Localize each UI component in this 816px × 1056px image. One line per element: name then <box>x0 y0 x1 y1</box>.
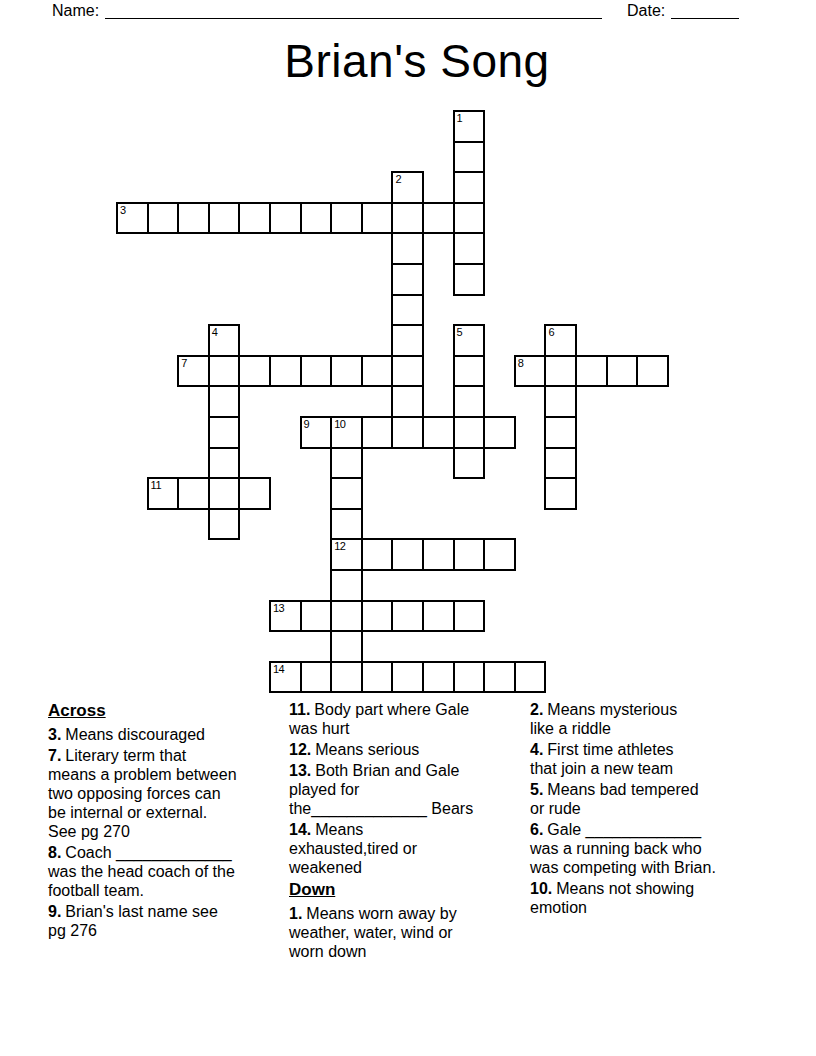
grid-cell-r10c8[interactable] <box>361 416 394 449</box>
down-heading: Down <box>289 879 523 900</box>
grid-cell-r5c9[interactable] <box>391 263 424 296</box>
clue-text-down-1: Means worn away by weather, water, wind … <box>289 905 457 960</box>
grid-cell-r18c10[interactable] <box>422 661 455 694</box>
grid-cell-r8c8[interactable] <box>361 355 394 388</box>
clue-across-14: 14.Means exhausted,tired or weakened <box>289 820 523 877</box>
clue-column-1: Across 3.Means discouraged 7.Literary te… <box>48 700 290 942</box>
clue-number-across-12: 12. <box>289 741 311 758</box>
grid-cell-r10c6[interactable]: 9 <box>300 416 333 449</box>
date-blank-line[interactable] <box>671 18 739 19</box>
grid-cell-r16c6[interactable] <box>300 600 333 633</box>
grid-cell-r7c3[interactable]: 4 <box>208 324 241 357</box>
grid-cell-r18c13[interactable] <box>514 661 547 694</box>
grid-cell-r3c5[interactable] <box>269 202 302 235</box>
grid-cell-r18c11[interactable] <box>453 661 486 694</box>
clue-text-across-8: Coach _____________ was the head coach o… <box>48 844 235 899</box>
grid-cell-r9c9[interactable] <box>391 385 424 418</box>
grid-cell-r14c11[interactable] <box>453 538 486 571</box>
grid-cell-r12c7[interactable] <box>330 477 363 510</box>
grid-cell-r13c7[interactable] <box>330 508 363 541</box>
grid-cell-r2c9[interactable]: 2 <box>391 171 424 204</box>
grid-cell-r3c4[interactable] <box>238 202 271 235</box>
grid-cell-r16c7[interactable] <box>330 600 363 633</box>
grid-cell-r14c10[interactable] <box>422 538 455 571</box>
grid-cell-r9c14[interactable] <box>544 385 577 418</box>
grid-cell-r8c6[interactable] <box>300 355 333 388</box>
grid-cell-r16c10[interactable] <box>422 600 455 633</box>
grid-cell-r4c9[interactable] <box>391 232 424 265</box>
cell-number-11: 11 <box>151 479 161 491</box>
clue-number-down-4: 4. <box>530 741 543 758</box>
grid-cell-r14c8[interactable] <box>361 538 394 571</box>
grid-cell-r15c7[interactable] <box>330 569 363 602</box>
grid-cell-r12c3[interactable] <box>208 477 241 510</box>
grid-cell-r3c7[interactable] <box>330 202 363 235</box>
cell-number-8: 8 <box>518 357 524 369</box>
cell-number-5: 5 <box>457 326 463 338</box>
grid-cell-r3c6[interactable] <box>300 202 333 235</box>
puzzle-title: Brian's Song <box>0 33 816 89</box>
name-label: Name: <box>52 1 99 20</box>
clue-across-3: 3.Means discouraged <box>48 725 290 744</box>
cell-number-9: 9 <box>304 418 310 430</box>
grid-cell-r10c10[interactable] <box>422 416 455 449</box>
clue-number-across-8: 8. <box>48 844 61 861</box>
clue-number-across-13: 13. <box>289 762 311 779</box>
across-heading: Across <box>48 700 290 721</box>
clue-text-across-3: Means discouraged <box>65 726 205 743</box>
grid-cell-r8c5[interactable] <box>269 355 302 388</box>
grid-cell-r10c7[interactable]: 10 <box>330 416 363 449</box>
clue-text-down-6: Gale _____________ was a running back wh… <box>530 821 716 876</box>
grid-cell-r14c9[interactable] <box>391 538 424 571</box>
crossword-grid: 1234567891011121314 <box>117 111 668 693</box>
clue-number-across-9: 9. <box>48 903 61 920</box>
cell-number-3: 3 <box>120 204 126 216</box>
grid-cell-r8c7[interactable] <box>330 355 363 388</box>
clue-down-2: 2.Means mysterious like a riddle <box>530 700 782 738</box>
clue-text-across-7: Literary term that means a problem betwe… <box>48 747 237 840</box>
grid-cell-r8c3[interactable] <box>208 355 241 388</box>
clue-text-down-4: First time athletes that join a new team <box>530 741 674 777</box>
clue-text-across-12: Means serious <box>315 741 419 758</box>
grid-cell-r3c10[interactable] <box>422 202 455 235</box>
grid-cell-r10c9[interactable] <box>391 416 424 449</box>
grid-cell-r3c8[interactable] <box>361 202 394 235</box>
clue-number-across-14: 14. <box>289 821 311 838</box>
grid-cell-r8c11[interactable] <box>453 355 486 388</box>
worksheet-page: Name: Date: Brian's Song 123456789101112… <box>0 0 816 1056</box>
clue-text-down-2: Means mysterious like a riddle <box>530 701 677 737</box>
grid-cell-r8c16[interactable] <box>606 355 639 388</box>
clue-across-12: 12.Means serious <box>289 740 523 759</box>
clue-down-5: 5.Means bad tempered or rude <box>530 780 782 818</box>
clue-text-down-5: Means bad tempered or rude <box>530 781 699 817</box>
clue-number-across-11: 11. <box>289 701 310 718</box>
grid-cell-r8c4[interactable] <box>238 355 271 388</box>
clue-number-down-1: 1. <box>289 905 302 922</box>
clue-number-down-2: 2. <box>530 701 543 718</box>
grid-cell-r18c8[interactable] <box>361 661 394 694</box>
grid-cell-r14c7[interactable]: 12 <box>330 538 363 571</box>
clue-text-down-10: Means not showing emotion <box>530 880 694 916</box>
grid-cell-r10c3[interactable] <box>208 416 241 449</box>
grid-cell-r12c14[interactable] <box>544 477 577 510</box>
grid-cell-r11c11[interactable] <box>453 447 486 480</box>
clue-number-down-5: 5. <box>530 781 543 798</box>
grid-cell-r9c3[interactable] <box>208 385 241 418</box>
clue-down-1: 1.Means worn away by weather, water, win… <box>289 904 523 961</box>
clue-text-across-13: Both Brian and Gale played for the______… <box>289 762 473 817</box>
grid-cell-r8c15[interactable] <box>575 355 608 388</box>
clue-number-across-7: 7. <box>48 747 61 764</box>
grid-cell-r8c17[interactable] <box>636 355 669 388</box>
cell-number-1: 1 <box>457 112 463 124</box>
name-blank-line[interactable] <box>105 18 602 19</box>
clue-number-down-10: 10. <box>530 880 552 897</box>
grid-cell-r8c2[interactable]: 7 <box>177 355 210 388</box>
clue-column-2: 11.Body part where Gale was hurt 12.Mean… <box>289 700 523 963</box>
clue-down-4: 4.First time athletes that join a new te… <box>530 740 782 778</box>
clue-text-across-11: Body part where Gale was hurt <box>289 701 469 737</box>
grid-cell-r8c9[interactable] <box>391 355 424 388</box>
grid-cell-r18c5[interactable]: 14 <box>269 661 302 694</box>
grid-cell-r18c12[interactable] <box>483 661 516 694</box>
grid-cell-r7c9[interactable] <box>391 324 424 357</box>
grid-cell-r4c11[interactable] <box>453 232 486 265</box>
grid-cell-r7c14[interactable]: 6 <box>544 324 577 357</box>
grid-cell-r8c14[interactable] <box>544 355 577 388</box>
grid-cell-r1c11[interactable] <box>453 141 486 174</box>
clue-number-down-6: 6. <box>530 821 543 838</box>
grid-cell-r11c7[interactable] <box>330 447 363 480</box>
clue-number-across-3: 3. <box>48 726 61 743</box>
grid-cell-r18c7[interactable] <box>330 661 363 694</box>
grid-cell-r3c9[interactable] <box>391 202 424 235</box>
grid-cell-r10c12[interactable] <box>483 416 516 449</box>
grid-cell-r17c7[interactable] <box>330 630 363 663</box>
clue-down-6: 6.Gale _____________ was a running back … <box>530 820 782 877</box>
cell-number-4: 4 <box>212 326 218 338</box>
clue-down-10: 10.Means not showing emotion <box>530 879 782 917</box>
cell-number-13: 13 <box>273 602 284 614</box>
clue-across-11: 11.Body part where Gale was hurt <box>289 700 523 738</box>
grid-cell-r6c9[interactable] <box>391 294 424 327</box>
clue-across-7: 7.Literary term that means a problem bet… <box>48 746 290 841</box>
date-label: Date: <box>627 1 665 20</box>
cell-number-12: 12 <box>334 540 345 552</box>
grid-cell-r13c3[interactable] <box>208 508 241 541</box>
grid-cell-r0c11[interactable]: 1 <box>453 110 486 143</box>
clue-across-13: 13.Both Brian and Gale played for the___… <box>289 761 523 818</box>
grid-cell-r12c4[interactable] <box>238 477 271 510</box>
cell-number-2: 2 <box>395 173 401 185</box>
clue-column-3: 2.Means mysterious like a riddle 4.First… <box>530 700 782 919</box>
grid-cell-r12c2[interactable] <box>177 477 210 510</box>
grid-cell-r16c11[interactable] <box>453 600 486 633</box>
cell-number-10: 10 <box>334 418 345 430</box>
grid-cell-r3c1[interactable] <box>147 202 180 235</box>
clue-across-8: 8.Coach _____________ was the head coach… <box>48 843 290 900</box>
grid-cell-r11c14[interactable] <box>544 447 577 480</box>
grid-cell-r3c11[interactable] <box>453 202 486 235</box>
grid-cell-r14c12[interactable] <box>483 538 516 571</box>
grid-cell-r2c11[interactable] <box>453 171 486 204</box>
cell-number-6: 6 <box>548 326 554 338</box>
cell-number-14: 14 <box>273 663 284 675</box>
grid-cell-r3c3[interactable] <box>208 202 241 235</box>
grid-cell-r8c13[interactable]: 8 <box>514 355 547 388</box>
grid-cell-r16c5[interactable]: 13 <box>269 600 302 633</box>
grid-cell-r5c11[interactable] <box>453 263 486 296</box>
grid-cell-r18c9[interactable] <box>391 661 424 694</box>
grid-cell-r11c3[interactable] <box>208 447 241 480</box>
grid-cell-r10c11[interactable] <box>453 416 486 449</box>
grid-cell-r9c11[interactable] <box>453 385 486 418</box>
grid-cell-r3c2[interactable] <box>177 202 210 235</box>
grid-cell-r3c0[interactable]: 3 <box>116 202 149 235</box>
grid-cell-r10c14[interactable] <box>544 416 577 449</box>
grid-cell-r12c1[interactable]: 11 <box>147 477 180 510</box>
clue-across-9: 9.Brian's last name see pg 276 <box>48 902 290 940</box>
grid-cell-r7c11[interactable]: 5 <box>453 324 486 357</box>
grid-cell-r16c8[interactable] <box>361 600 394 633</box>
clue-text-across-9: Brian's last name see pg 276 <box>48 903 218 939</box>
grid-cell-r16c9[interactable] <box>391 600 424 633</box>
grid-cell-r18c6[interactable] <box>300 661 333 694</box>
cell-number-7: 7 <box>181 357 187 369</box>
